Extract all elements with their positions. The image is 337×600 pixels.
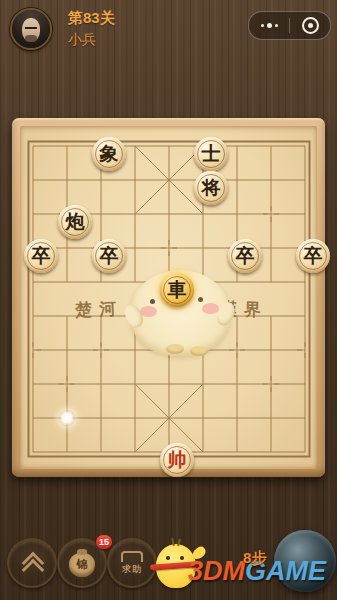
xiangqi-board[interactable]: 楚河 漢界 象士将炮卒卒卒卒車帅 bbox=[12, 118, 325, 477]
hint-pouch-icon: 锦 bbox=[69, 553, 95, 577]
piece-glyph: 士 bbox=[202, 144, 221, 163]
rank-label: 小兵 bbox=[68, 32, 115, 46]
piece-象[interactable]: 象 bbox=[92, 137, 126, 171]
help-gate-icon: 求助 bbox=[121, 551, 143, 576]
piece-士[interactable]: 士 bbox=[194, 137, 228, 171]
close-button[interactable] bbox=[290, 12, 330, 39]
bird-eye-left bbox=[166, 556, 170, 560]
piece-卒[interactable]: 卒 bbox=[24, 239, 58, 273]
piece-glyph: 卒 bbox=[304, 246, 323, 265]
steps-remaining-label: 8步 bbox=[243, 549, 266, 568]
game-screen: 第83关 小兵 楚河 漢界 bbox=[0, 0, 337, 600]
bird-tuft-2 bbox=[177, 539, 181, 546]
board-surface: 楚河 漢界 象士将炮卒卒卒卒車帅 bbox=[20, 126, 317, 469]
hint-pouch-button[interactable]: 锦 15 bbox=[57, 538, 107, 588]
piece-glyph: 象 bbox=[100, 144, 119, 163]
piece-glyph: 将 bbox=[202, 178, 221, 197]
pouch-label: 锦 bbox=[77, 557, 88, 572]
help-label: 求助 bbox=[122, 563, 142, 576]
piece-glyph: 炮 bbox=[66, 212, 85, 231]
bird-tuft bbox=[171, 538, 175, 546]
collapse-chevrons-icon bbox=[21, 554, 43, 572]
avatar-eyes bbox=[25, 27, 37, 31]
piece-車[interactable]: 車 bbox=[160, 273, 194, 307]
more-button[interactable] bbox=[249, 12, 289, 39]
ask-help-button[interactable]: 求助 bbox=[107, 538, 157, 588]
three-dots-icon bbox=[261, 23, 278, 28]
player-avatar[interactable] bbox=[10, 8, 52, 50]
gate-icon bbox=[121, 551, 143, 562]
piece-卒[interactable]: 卒 bbox=[92, 239, 126, 273]
pieces-grid: 象士将炮卒卒卒卒車帅 bbox=[24, 137, 330, 477]
bird-eye-right bbox=[180, 556, 184, 560]
piece-glyph: 車 bbox=[168, 280, 187, 299]
piece-将[interactable]: 将 bbox=[194, 171, 228, 205]
piece-glyph: 卒 bbox=[236, 246, 255, 265]
piece-卒[interactable]: 卒 bbox=[296, 239, 330, 273]
hint-count-badge: 15 bbox=[96, 535, 112, 549]
piece-炮[interactable]: 炮 bbox=[58, 205, 92, 239]
avatar-beard bbox=[25, 35, 37, 42]
watermark-3dm: 3DM bbox=[188, 556, 245, 586]
bottom-bar: 锦 15 求助 8步 3DMGAME bbox=[0, 536, 337, 600]
piece-glyph: 卒 bbox=[32, 246, 51, 265]
wechat-capsule bbox=[248, 11, 331, 40]
top-bar: 第83关 小兵 bbox=[0, 0, 337, 58]
piece-卒[interactable]: 卒 bbox=[228, 239, 262, 273]
menu-button[interactable] bbox=[7, 538, 57, 588]
circle-dot-icon bbox=[302, 17, 319, 34]
piece-glyph: 卒 bbox=[100, 246, 119, 265]
level-title-block: 第83关 小兵 bbox=[68, 10, 115, 46]
piece-帅[interactable]: 帅 bbox=[160, 443, 194, 477]
piece-glyph: 帅 bbox=[168, 450, 187, 469]
level-label: 第83关 bbox=[68, 10, 115, 25]
